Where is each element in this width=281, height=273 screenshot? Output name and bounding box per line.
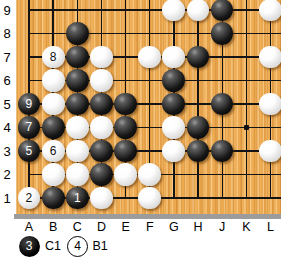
- black-stone-C6: [66, 69, 89, 92]
- black-stone-C8: [66, 22, 89, 45]
- white-stone-B7: 8: [42, 46, 65, 69]
- move-number-8: 8: [50, 51, 57, 63]
- intersection-A3: 5: [17, 139, 41, 163]
- row-label-4: 4: [0, 120, 14, 135]
- intersection-E7: [113, 45, 137, 69]
- intersection-L1: [258, 186, 281, 210]
- black-stone-B4: [42, 116, 65, 139]
- intersection-L7: [258, 45, 281, 69]
- intersection-G4: [162, 116, 186, 140]
- black-stone-E5: [114, 93, 137, 116]
- intersection-D9: [89, 0, 113, 22]
- intersection-K2: [234, 163, 258, 187]
- intersection-L3: [258, 139, 281, 163]
- intersection-G9: [162, 0, 186, 22]
- white-stone-B5: [42, 93, 65, 116]
- white-stone-C3: [66, 140, 89, 163]
- intersection-H7: [186, 45, 210, 69]
- intersection-A1: 2: [17, 186, 41, 210]
- intersection-C1: 1: [65, 186, 89, 210]
- intersection-G7: [162, 45, 186, 69]
- intersection-F3: [138, 139, 162, 163]
- intersection-G5: [162, 92, 186, 116]
- black-stone-A4: 7: [18, 116, 41, 139]
- intersection-F6: [138, 69, 162, 93]
- intersection-K6: [234, 69, 258, 93]
- black-stone-B1: [42, 187, 65, 210]
- intersection-G3: [162, 139, 186, 163]
- intersection-B8: [41, 22, 65, 46]
- intersection-J5: [210, 92, 234, 116]
- intersection-C4: [65, 116, 89, 140]
- intersection-G1: [162, 186, 186, 210]
- intersection-L2: [258, 163, 281, 187]
- intersection-D3: [89, 139, 113, 163]
- column-label-L: L: [260, 221, 281, 234]
- intersection-C3: [65, 139, 89, 163]
- intersection-H4: [186, 116, 210, 140]
- row-label-8: 8: [0, 26, 14, 41]
- intersection-J4: [210, 116, 234, 140]
- caption-white-stone-4: 4: [67, 236, 88, 257]
- intersection-C9: [65, 0, 89, 22]
- intersection-K9: [234, 0, 258, 22]
- white-stone-F1: [138, 187, 161, 210]
- white-stone-D1: [90, 187, 113, 210]
- intersection-J3: [210, 139, 234, 163]
- black-stone-H3: [187, 140, 210, 163]
- black-stone-C5: [66, 93, 89, 116]
- intersection-H1: [186, 186, 210, 210]
- white-stone-B3: 6: [42, 140, 65, 163]
- white-stone-A1: 2: [18, 187, 41, 210]
- column-label-A: A: [19, 221, 40, 234]
- intersection-H6: [186, 69, 210, 93]
- black-stone-J9: [211, 0, 234, 21]
- intersection-H3: [186, 139, 210, 163]
- black-stone-C7: [66, 46, 89, 69]
- intersection-L5: [258, 92, 281, 116]
- intersection-L9: [258, 0, 281, 22]
- black-stone-H7: [187, 46, 210, 69]
- black-stone-J8: [211, 22, 234, 45]
- black-stone-A5: 9: [18, 93, 41, 116]
- white-stone-H9: [187, 0, 210, 21]
- move-number-5: 5: [26, 145, 33, 157]
- intersection-L8: [258, 22, 281, 46]
- intersection-G6: [162, 69, 186, 93]
- intersection-A8: [17, 22, 41, 46]
- intersection-F4: [138, 116, 162, 140]
- column-label-F: F: [139, 221, 160, 234]
- move-number-6: 6: [50, 145, 57, 157]
- intersection-A6: [17, 69, 41, 93]
- intersection-E3: [113, 139, 137, 163]
- intersection-D1: [89, 186, 113, 210]
- caption-move-3-location: C1: [45, 239, 61, 253]
- white-stone-E2: [114, 163, 137, 186]
- intersection-E6: [113, 69, 137, 93]
- column-label-J: J: [212, 221, 233, 234]
- column-label-G: G: [163, 221, 184, 234]
- row-label-5: 5: [0, 97, 14, 112]
- intersection-E4: [113, 116, 137, 140]
- white-stone-L5: [259, 93, 281, 116]
- row-label-7: 7: [0, 50, 14, 65]
- intersection-L4: [258, 116, 281, 140]
- white-stone-B6: [42, 69, 65, 92]
- move-number-9: 9: [26, 98, 33, 110]
- intersection-K1: [234, 186, 258, 210]
- white-stone-G7: [162, 46, 185, 69]
- intersection-L6: [258, 69, 281, 93]
- intersection-K7: [234, 45, 258, 69]
- intersection-B5: [41, 92, 65, 116]
- white-stone-L7: [259, 46, 281, 69]
- column-label-K: K: [236, 221, 257, 234]
- caption-black-stone-3: 3: [19, 236, 40, 257]
- white-stone-B2: [42, 163, 65, 186]
- intersection-G8: [162, 22, 186, 46]
- stone-layer: 8975621: [17, 0, 281, 210]
- board-bottom-shadow: [14, 214, 281, 219]
- intersection-E1: [113, 186, 137, 210]
- column-label-H: H: [188, 221, 209, 234]
- intersection-B2: [41, 163, 65, 187]
- intersection-K3: [234, 139, 258, 163]
- intersection-K8: [234, 22, 258, 46]
- intersection-H2: [186, 163, 210, 187]
- go-board: 8975621: [16, 0, 281, 214]
- intersection-K5: [234, 92, 258, 116]
- intersection-A2: [17, 163, 41, 187]
- caption-move-number-3: 3: [26, 239, 33, 253]
- intersection-C5: [65, 92, 89, 116]
- column-label-C: C: [67, 221, 88, 234]
- black-stone-J5: [211, 93, 234, 116]
- intersection-D2: [89, 163, 113, 187]
- intersection-B3: 6: [41, 139, 65, 163]
- intersection-J6: [210, 69, 234, 93]
- intersection-B1: [41, 186, 65, 210]
- column-label-D: D: [91, 221, 112, 234]
- intersection-F9: [138, 0, 162, 22]
- black-stone-D5: [90, 93, 113, 116]
- intersection-J9: [210, 0, 234, 22]
- intersection-J7: [210, 45, 234, 69]
- intersection-D6: [89, 69, 113, 93]
- move-number-2: 2: [26, 192, 33, 204]
- intersection-A5: 9: [17, 92, 41, 116]
- intersection-A4: 7: [17, 116, 41, 140]
- intersection-G2: [162, 163, 186, 187]
- intersection-A9: [17, 0, 41, 22]
- row-label-3: 3: [0, 144, 14, 159]
- intersection-J2: [210, 163, 234, 187]
- black-stone-G6: [162, 69, 185, 92]
- black-stone-J3: [211, 140, 234, 163]
- intersection-D7: [89, 45, 113, 69]
- intersection-J8: [210, 22, 234, 46]
- white-stone-D4: [90, 116, 113, 139]
- intersection-F1: [138, 186, 162, 210]
- black-stone-D3: [90, 140, 113, 163]
- move-number-7: 7: [26, 121, 33, 133]
- intersection-B7: 8: [41, 45, 65, 69]
- white-stone-C4: [66, 116, 89, 139]
- move-number-1: 1: [74, 192, 81, 204]
- intersection-B6: [41, 69, 65, 93]
- black-stone-G5: [162, 93, 185, 116]
- go-diagram: 987654321 8975621 ABCDEFGHJKL 3 C1 4 B1: [0, 0, 281, 273]
- black-stone-C1: 1: [66, 187, 89, 210]
- caption-move-4-location: B1: [93, 239, 108, 253]
- intersection-D5: [89, 92, 113, 116]
- intersection-E8: [113, 22, 137, 46]
- intersection-C8: [65, 22, 89, 46]
- white-stone-D7: [90, 46, 113, 69]
- black-stone-E4: [114, 116, 137, 139]
- intersection-E9: [113, 0, 137, 22]
- black-stone-E3: [114, 140, 137, 163]
- row-label-9: 9: [0, 3, 14, 18]
- white-stone-F2: [138, 163, 161, 186]
- intersection-J1: [210, 186, 234, 210]
- intersection-C2: [65, 163, 89, 187]
- black-stone-H4: [187, 116, 210, 139]
- intersection-D8: [89, 22, 113, 46]
- intersection-E5: [113, 92, 137, 116]
- intersection-H8: [186, 22, 210, 46]
- caption-move-number-4: 4: [74, 239, 81, 253]
- intersection-E2: [113, 163, 137, 187]
- white-stone-G4: [162, 116, 185, 139]
- white-stone-C2: [66, 163, 89, 186]
- white-stone-D6: [90, 69, 113, 92]
- intersection-C7: [65, 45, 89, 69]
- row-label-2: 2: [0, 167, 14, 182]
- intersection-A7: [17, 45, 41, 69]
- column-label-B: B: [43, 221, 64, 234]
- white-stone-G9: [162, 0, 185, 21]
- intersection-C6: [65, 69, 89, 93]
- row-label-6: 6: [0, 73, 14, 88]
- intersection-H5: [186, 92, 210, 116]
- row-label-1: 1: [0, 191, 14, 206]
- white-stone-F7: [138, 46, 161, 69]
- intersection-D4: [89, 116, 113, 140]
- white-stone-L9: [259, 0, 281, 21]
- black-stone-D2: [90, 163, 113, 186]
- intersection-F8: [138, 22, 162, 46]
- intersection-B9: [41, 0, 65, 22]
- black-stone-A3: 5: [18, 140, 41, 163]
- white-stone-G3: [162, 140, 185, 163]
- intersection-F5: [138, 92, 162, 116]
- column-label-E: E: [115, 221, 136, 234]
- intersection-B4: [41, 116, 65, 140]
- intersection-F7: [138, 45, 162, 69]
- intersection-F2: [138, 163, 162, 187]
- white-stone-L3: [259, 140, 281, 163]
- intersection-H9: [186, 0, 210, 22]
- move-caption: 3 C1 4 B1: [0, 235, 281, 259]
- intersection-K4: [234, 116, 258, 140]
